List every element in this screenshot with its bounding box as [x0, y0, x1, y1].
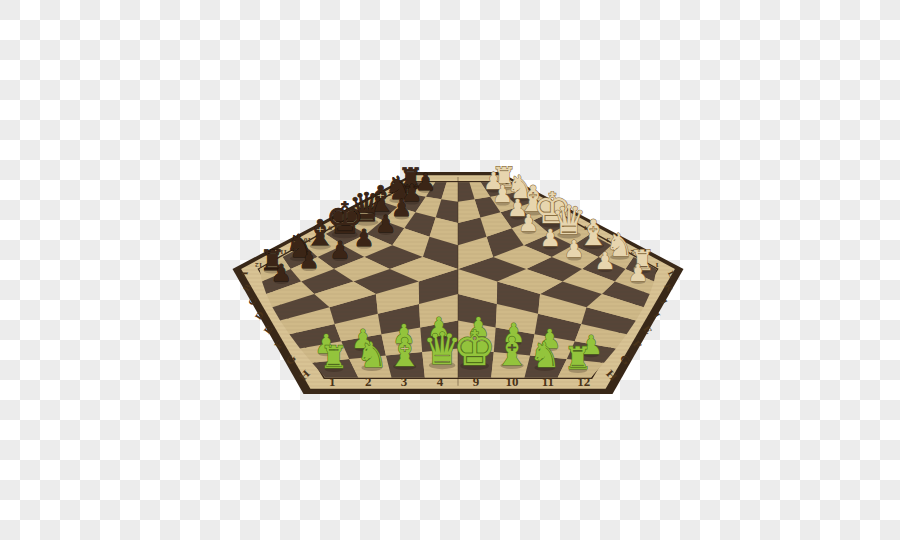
piece-glyph: ♞ — [356, 335, 387, 375]
coordinate-label-bottom-11: 11 — [542, 375, 554, 388]
piece-glyph: ♟ — [299, 246, 320, 274]
coordinate-label-bottom-12: 12 — [577, 375, 590, 388]
piece-dark-brown-P-file-11[interactable]: ♟ — [299, 246, 320, 274]
piece-natural-wood-P-file-4[interactable]: ♟ — [540, 224, 561, 252]
piece-dark-brown-P-file-10[interactable]: ♟ — [330, 236, 351, 264]
piece-glyph: ♟ — [628, 259, 649, 287]
piece-green-B-file-3[interactable]: ♝ — [387, 330, 422, 375]
piece-glyph: ♟ — [354, 224, 375, 252]
piece-dark-brown-P-file-4[interactable]: ♟ — [375, 210, 396, 238]
piece-green-N-file-2[interactable]: ♞ — [356, 335, 387, 375]
piece-dark-brown-P-file-9[interactable]: ♟ — [354, 224, 375, 252]
piece-dark-brown-P-file-12[interactable]: ♟ — [271, 259, 292, 287]
coordinate-label-bottom-10: 10 — [505, 375, 518, 388]
piece-green-N-file-11[interactable]: ♞ — [529, 335, 560, 375]
coordinate-label-bottom-2: 2 — [365, 375, 372, 388]
piece-glyph: ♟ — [375, 210, 396, 238]
piece-glyph: ♝ — [387, 330, 422, 375]
piece-glyph: ♜ — [320, 339, 348, 375]
piece-green-K-file-9[interactable]: ♚ — [453, 320, 496, 376]
coordinate-label-bottom-9: 9 — [473, 375, 480, 388]
piece-glyph: ♟ — [330, 236, 351, 264]
coordinate-label-bottom-1: 1 — [329, 375, 336, 388]
piece-glyph: ♝ — [495, 329, 530, 374]
piece-natural-wood-P-file-2[interactable]: ♟ — [595, 247, 616, 275]
piece-natural-wood-P-file-9[interactable]: ♟ — [518, 209, 539, 237]
piece-green-B-file-10[interactable]: ♝ — [495, 329, 530, 374]
coordinate-label-bottom-3: 3 — [401, 375, 408, 388]
piece-glyph: ♜ — [564, 340, 592, 376]
three-player-chess-board[interactable]: 12349101112ABCDEFGHLKJIEFGH1234910111212… — [0, 0, 900, 540]
piece-green-R-file-1[interactable]: ♜ — [320, 339, 348, 375]
piece-natural-wood-P-file-3[interactable]: ♟ — [564, 235, 585, 263]
piece-glyph: ♞ — [529, 335, 560, 375]
piece-glyph: ♟ — [595, 247, 616, 275]
piece-glyph: ♚ — [453, 320, 496, 376]
coordinate-label-bottom-4: 4 — [437, 375, 444, 388]
piece-green-R-file-12[interactable]: ♜ — [564, 340, 592, 376]
piece-glyph: ♟ — [564, 235, 585, 263]
piece-glyph: ♟ — [518, 209, 539, 237]
piece-natural-wood-P-file-1[interactable]: ♟ — [628, 259, 649, 287]
piece-glyph: ♟ — [540, 224, 561, 252]
transparent-checker-background: 12349101112ABCDEFGHLKJIEFGH1234910111212… — [0, 0, 900, 540]
piece-glyph: ♟ — [271, 259, 292, 287]
